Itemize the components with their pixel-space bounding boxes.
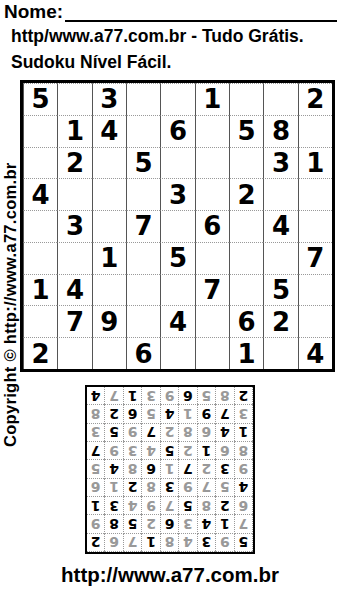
solution-cell-r2c4: 3 bbox=[179, 515, 197, 533]
solution-cell-r2c3: 4 bbox=[198, 515, 216, 533]
puzzle-cell-r7c5 bbox=[160, 274, 194, 306]
solution-cell-r4c2: 5 bbox=[216, 479, 234, 497]
solution-cell-r5c3: 2 bbox=[198, 460, 216, 478]
solution-cell-r6c2: 6 bbox=[216, 442, 234, 460]
puzzle-cell-r9c2 bbox=[57, 337, 91, 369]
puzzle-cell-r7c4 bbox=[126, 274, 160, 306]
solution-cell-r3c5: 7 bbox=[161, 497, 179, 515]
puzzle-cell-r9c1: 2 bbox=[23, 337, 57, 369]
puzzle-cell-r9c3 bbox=[92, 337, 126, 369]
solution-cell-r7c1: 1 bbox=[235, 424, 253, 442]
puzzle-cell-r2c9 bbox=[298, 115, 332, 147]
puzzle-cell-r2c1 bbox=[23, 115, 57, 147]
puzzle-cell-r5c4: 7 bbox=[126, 210, 160, 242]
puzzle-cell-r3c9: 1 bbox=[298, 147, 332, 179]
puzzle-cell-r6c5: 5 bbox=[160, 242, 194, 274]
puzzle-cell-r5c1 bbox=[23, 210, 57, 242]
solution-cell-r2c5: 6 bbox=[161, 515, 179, 533]
puzzle-cell-r4c2 bbox=[57, 178, 91, 210]
solution-cell-r5c5: 1 bbox=[161, 460, 179, 478]
solution-cell-r7c3: 6 bbox=[198, 424, 216, 442]
solution-cell-r4c5: 3 bbox=[161, 479, 179, 497]
puzzle-cell-r1c1: 5 bbox=[23, 83, 57, 115]
solution-cell-r1c3: 3 bbox=[198, 534, 216, 552]
name-underline bbox=[65, 2, 337, 22]
solution-cell-r4c8: 1 bbox=[105, 479, 123, 497]
solution-cell-r9c3: 5 bbox=[198, 387, 216, 405]
solution-cell-r4c4: 9 bbox=[179, 479, 197, 497]
puzzle-cell-r6c9: 7 bbox=[298, 242, 332, 274]
puzzle-cell-r1c2 bbox=[57, 83, 91, 115]
puzzle-cell-r9c8 bbox=[263, 337, 297, 369]
puzzle-cell-r5c3 bbox=[92, 210, 126, 242]
solution-cell-r2c6: 2 bbox=[142, 515, 160, 533]
puzzle-cell-r2c6 bbox=[195, 115, 229, 147]
puzzle-cell-r3c3 bbox=[92, 147, 126, 179]
solution-cell-r9c5: 9 bbox=[161, 387, 179, 405]
solution-cell-r9c8: 7 bbox=[105, 387, 123, 405]
puzzle-cell-r8c8: 2 bbox=[263, 305, 297, 337]
puzzle-cell-r1c9: 2 bbox=[298, 83, 332, 115]
solution-cell-r2c8: 8 bbox=[105, 515, 123, 533]
solution-cell-r3c8: 3 bbox=[105, 497, 123, 515]
puzzle-cell-r2c7: 5 bbox=[229, 115, 263, 147]
solution-cell-r5c1: 9 bbox=[235, 460, 253, 478]
puzzle-cell-r7c3 bbox=[92, 274, 126, 306]
puzzle-cell-r7c8: 5 bbox=[263, 274, 297, 306]
puzzle-cell-r7c7 bbox=[229, 274, 263, 306]
solution-cell-r5c9: 5 bbox=[87, 460, 105, 478]
solution-cell-r9c1: 2 bbox=[235, 387, 253, 405]
solution-cell-r2c9: 9 bbox=[87, 515, 105, 533]
puzzle-cell-r8c1 bbox=[23, 305, 57, 337]
site-title: http/www.a77.com.br - Tudo Grátis. bbox=[11, 26, 340, 47]
solution-cell-r6c5: 5 bbox=[161, 442, 179, 460]
puzzle-cell-r4c7: 2 bbox=[229, 178, 263, 210]
solution-cell-r1c1: 5 bbox=[235, 534, 253, 552]
puzzle-cell-r9c9: 4 bbox=[298, 337, 332, 369]
solution-cell-r5c7: 8 bbox=[124, 460, 142, 478]
puzzle-cell-r8c7: 6 bbox=[229, 305, 263, 337]
sudoku-solution-grid: 5934817627143625896285794314579382169327… bbox=[85, 385, 255, 554]
name-row: Nome: bbox=[0, 0, 340, 22]
solution-cell-r4c7: 2 bbox=[124, 479, 142, 497]
puzzle-cell-r3c1 bbox=[23, 147, 57, 179]
solution-cell-r7c6: 7 bbox=[142, 424, 160, 442]
solution-cell-r3c2: 2 bbox=[216, 497, 234, 515]
solution-cell-r3c4: 5 bbox=[179, 497, 197, 515]
solution-cell-r7c4: 8 bbox=[179, 424, 197, 442]
solution-cell-r6c4: 2 bbox=[179, 442, 197, 460]
puzzle-cell-r2c2: 1 bbox=[57, 115, 91, 147]
solution-cell-r3c3: 8 bbox=[198, 497, 216, 515]
solution-cell-r1c2: 9 bbox=[216, 534, 234, 552]
puzzle-cell-r5c7 bbox=[229, 210, 263, 242]
solution-cell-r4c9: 6 bbox=[87, 479, 105, 497]
solution-cell-r8c1: 3 bbox=[235, 405, 253, 423]
solution-cell-r9c9: 4 bbox=[87, 387, 105, 405]
solution-cell-r8c2: 7 bbox=[216, 405, 234, 423]
puzzle-cell-r1c3: 3 bbox=[92, 83, 126, 115]
solution-cell-r3c1: 6 bbox=[235, 497, 253, 515]
puzzle-cell-r7c1: 1 bbox=[23, 274, 57, 306]
puzzle-cell-r4c6 bbox=[195, 178, 229, 210]
puzzle-cell-r2c3: 4 bbox=[92, 115, 126, 147]
puzzle-cell-r4c3 bbox=[92, 178, 126, 210]
solution-cell-r8c3: 9 bbox=[198, 405, 216, 423]
puzzle-cell-r1c7 bbox=[229, 83, 263, 115]
puzzle-cell-r6c8 bbox=[263, 242, 297, 274]
solution-cell-r2c7: 5 bbox=[124, 515, 142, 533]
puzzle-cell-r4c9 bbox=[298, 178, 332, 210]
solution-cell-r6c6: 4 bbox=[142, 442, 160, 460]
puzzle-cell-r8c2: 7 bbox=[57, 305, 91, 337]
puzzle-cell-r9c5 bbox=[160, 337, 194, 369]
puzzle-cell-r4c1: 4 bbox=[23, 178, 57, 210]
puzzle-cell-r3c6 bbox=[195, 147, 229, 179]
puzzle-cell-r3c7 bbox=[229, 147, 263, 179]
solution-cell-r5c8: 4 bbox=[105, 460, 123, 478]
puzzle-cell-r6c2 bbox=[57, 242, 91, 274]
puzzle-cell-r9c7: 1 bbox=[229, 337, 263, 369]
puzzle-cell-r7c9 bbox=[298, 274, 332, 306]
solution-cell-r6c1: 8 bbox=[235, 442, 253, 460]
puzzle-cell-r2c5: 6 bbox=[160, 115, 194, 147]
puzzle-cell-r6c6 bbox=[195, 242, 229, 274]
solution-cell-r7c5: 2 bbox=[161, 424, 179, 442]
puzzle-cell-r1c4 bbox=[126, 83, 160, 115]
puzzle-cell-r6c7 bbox=[229, 242, 263, 274]
puzzle-cell-r1c5 bbox=[160, 83, 194, 115]
puzzle-level-title: Sudoku Nível Fácil. bbox=[11, 52, 340, 73]
puzzle-cell-r7c2: 4 bbox=[57, 274, 91, 306]
solution-cell-r4c3: 7 bbox=[198, 479, 216, 497]
puzzle-cell-r8c5: 4 bbox=[160, 305, 194, 337]
puzzle-cell-r1c6: 1 bbox=[195, 83, 229, 115]
puzzle-cell-r5c8: 4 bbox=[263, 210, 297, 242]
solution-cell-r5c2: 3 bbox=[216, 460, 234, 478]
solution-cell-r6c3: 1 bbox=[198, 442, 216, 460]
solution-cell-r5c6: 6 bbox=[142, 460, 160, 478]
solution-cell-r3c9: 1 bbox=[87, 497, 105, 515]
puzzle-cell-r3c8: 3 bbox=[263, 147, 297, 179]
puzzle-cell-r8c9 bbox=[298, 305, 332, 337]
solution-cell-r9c2: 8 bbox=[216, 387, 234, 405]
solution-cell-r1c9: 2 bbox=[87, 534, 105, 552]
puzzle-cell-r3c5 bbox=[160, 147, 194, 179]
solution-cell-r8c5: 4 bbox=[161, 405, 179, 423]
puzzle-cell-r6c1 bbox=[23, 242, 57, 274]
puzzle-cell-r5c6: 6 bbox=[195, 210, 229, 242]
puzzle-cell-r4c4 bbox=[126, 178, 160, 210]
copyright-vertical-text: Copyright © http://www.a77.com.br bbox=[1, 162, 20, 447]
puzzle-cell-r2c8: 8 bbox=[263, 115, 297, 147]
solution-cell-r7c2: 4 bbox=[216, 424, 234, 442]
solution-cell-r1c4: 4 bbox=[179, 534, 197, 552]
puzzle-cell-r3c4: 5 bbox=[126, 147, 160, 179]
solution-cell-r3c7: 4 bbox=[124, 497, 142, 515]
solution-cell-r6c9: 7 bbox=[87, 442, 105, 460]
puzzle-cell-r2c4 bbox=[126, 115, 160, 147]
puzzle-cell-r6c3: 1 bbox=[92, 242, 126, 274]
puzzle-cell-r6c4 bbox=[126, 242, 160, 274]
puzzle-cell-r3c2: 2 bbox=[57, 147, 91, 179]
puzzle-cell-r4c5: 3 bbox=[160, 178, 194, 210]
solution-cell-r8c8: 2 bbox=[105, 405, 123, 423]
puzzle-cell-r8c4 bbox=[126, 305, 160, 337]
solution-cell-r1c6: 1 bbox=[142, 534, 160, 552]
solution-cell-r7c9: 3 bbox=[87, 424, 105, 442]
solution-cell-r3c6: 9 bbox=[142, 497, 160, 515]
solution-cell-r8c9: 8 bbox=[87, 405, 105, 423]
puzzle-cell-r9c4: 6 bbox=[126, 337, 160, 369]
puzzle-cell-r5c9 bbox=[298, 210, 332, 242]
name-label: Nome: bbox=[4, 2, 63, 22]
puzzle-cell-r8c3: 9 bbox=[92, 305, 126, 337]
puzzle-cell-r8c6 bbox=[195, 305, 229, 337]
solution-cell-r4c1: 4 bbox=[235, 479, 253, 497]
solution-cell-r6c7: 3 bbox=[124, 442, 142, 460]
solution-cell-r2c2: 1 bbox=[216, 515, 234, 533]
footer-url: http://www.a77.com.br bbox=[0, 563, 340, 587]
solution-cell-r6c8: 9 bbox=[105, 442, 123, 460]
solution-cell-r5c4: 7 bbox=[179, 460, 197, 478]
puzzle-cell-r4c8 bbox=[263, 178, 297, 210]
solution-cell-r2c1: 7 bbox=[235, 515, 253, 533]
puzzle-cell-r5c5 bbox=[160, 210, 194, 242]
solution-cell-r1c5: 8 bbox=[161, 534, 179, 552]
solution-cell-r9c4: 6 bbox=[179, 387, 197, 405]
puzzle-cell-r1c8 bbox=[263, 83, 297, 115]
puzzle-cell-r9c6 bbox=[195, 337, 229, 369]
solution-cell-r8c7: 6 bbox=[124, 405, 142, 423]
solution-cell-r9c6: 3 bbox=[142, 387, 160, 405]
solution-cell-r8c6: 5 bbox=[142, 405, 160, 423]
solution-cell-r8c4: 1 bbox=[179, 405, 197, 423]
solution-cell-r1c7: 7 bbox=[124, 534, 142, 552]
solution-cell-r7c8: 5 bbox=[105, 424, 123, 442]
solution-cell-r9c7: 1 bbox=[124, 387, 142, 405]
solution-cell-r7c7: 9 bbox=[124, 424, 142, 442]
solution-cell-r1c8: 6 bbox=[105, 534, 123, 552]
solution-cell-r4c6: 8 bbox=[142, 479, 160, 497]
puzzle-cell-r5c2: 3 bbox=[57, 210, 91, 242]
sudoku-puzzle-grid: 531214658253143237641571475794622614 bbox=[20, 80, 335, 372]
puzzle-cell-r7c6: 7 bbox=[195, 274, 229, 306]
